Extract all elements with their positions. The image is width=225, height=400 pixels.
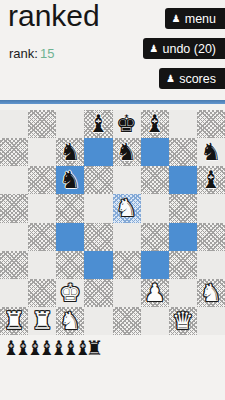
square-e5[interactable]: ♞: [113, 194, 141, 222]
white-rook: ♜: [3, 307, 25, 335]
square-f7[interactable]: [141, 138, 169, 166]
square-d7[interactable]: [84, 138, 112, 166]
square-f8[interactable]: ♝: [141, 110, 169, 138]
scores-button[interactable]: ♟ scores: [159, 68, 225, 89]
square-e8[interactable]: ♚: [113, 110, 141, 138]
square-f6[interactable]: [141, 166, 169, 194]
square-f3[interactable]: [141, 251, 169, 279]
rank-value: 15: [40, 46, 54, 61]
square-d8[interactable]: ♝: [84, 110, 112, 138]
app: ranked rank:15 ♟ menu ♟ undo (20) ♟ scor…: [0, 0, 225, 400]
square-d2[interactable]: [84, 279, 112, 307]
black-bishop: ♝: [144, 110, 166, 138]
black-bishop: ♝: [200, 166, 222, 194]
white-knight: ♞: [116, 194, 138, 222]
square-g6[interactable]: [169, 166, 197, 194]
square-a4[interactable]: [0, 223, 28, 251]
square-f5[interactable]: [141, 194, 169, 222]
captured-pieces-tray: ♝♝♝♝♝♝♝♜: [2, 336, 104, 360]
square-g2[interactable]: [169, 279, 197, 307]
white-king: ♚: [60, 279, 82, 307]
square-c5[interactable]: [56, 194, 84, 222]
square-a3[interactable]: [0, 251, 28, 279]
square-h5[interactable]: [197, 194, 225, 222]
white-knight: ♞: [60, 307, 82, 335]
undo-button[interactable]: ♟ undo (20): [143, 38, 225, 59]
square-h4[interactable]: [197, 223, 225, 251]
square-d3[interactable]: [84, 251, 112, 279]
square-g3[interactable]: [169, 251, 197, 279]
square-c8[interactable]: [56, 110, 84, 138]
square-g1[interactable]: ♛: [169, 307, 197, 335]
square-h1[interactable]: [197, 307, 225, 335]
captured-black-rook: ♜: [86, 336, 104, 360]
square-a2[interactable]: [0, 279, 28, 307]
square-d4[interactable]: [84, 223, 112, 251]
square-h7[interactable]: ♞: [197, 138, 225, 166]
black-knight: ♞: [200, 138, 222, 166]
square-h6[interactable]: ♝: [197, 166, 225, 194]
square-a8[interactable]: [0, 110, 28, 138]
square-c3[interactable]: [56, 251, 84, 279]
scores-button-label: scores: [179, 72, 216, 86]
square-b4[interactable]: [28, 223, 56, 251]
square-b3[interactable]: [28, 251, 56, 279]
menu-button-label: menu: [185, 12, 216, 26]
square-b8[interactable]: [28, 110, 56, 138]
square-e4[interactable]: [113, 223, 141, 251]
square-b1[interactable]: ♜: [28, 307, 56, 335]
square-b2[interactable]: [28, 279, 56, 307]
square-e7[interactable]: ♞: [113, 138, 141, 166]
rank-label: rank:: [9, 46, 38, 61]
square-g4[interactable]: [169, 223, 197, 251]
page-title: ranked: [8, 0, 100, 38]
square-h8[interactable]: [197, 110, 225, 138]
square-e3[interactable]: [113, 251, 141, 279]
square-d6[interactable]: [84, 166, 112, 194]
square-a5[interactable]: [0, 194, 28, 222]
square-f1[interactable]: [141, 307, 169, 335]
menu-button[interactable]: ♟ menu: [165, 8, 225, 29]
square-e2[interactable]: [113, 279, 141, 307]
square-a7[interactable]: [0, 138, 28, 166]
square-h2[interactable]: ♞: [197, 279, 225, 307]
square-a1[interactable]: ♜: [0, 307, 28, 335]
square-d5[interactable]: [84, 194, 112, 222]
black-knight: ♞: [116, 138, 138, 166]
rank-line: rank:15: [9, 46, 54, 61]
white-queen: ♛: [172, 307, 194, 335]
white-pawn: ♟: [144, 279, 166, 307]
pawn-icon: ♟: [150, 44, 159, 54]
black-bishop: ♝: [88, 110, 110, 138]
square-f2[interactable]: ♟: [141, 279, 169, 307]
black-knight: ♞: [60, 166, 82, 194]
square-c4[interactable]: [56, 223, 84, 251]
square-g8[interactable]: [169, 110, 197, 138]
square-b5[interactable]: [28, 194, 56, 222]
square-c2[interactable]: ♚: [56, 279, 84, 307]
square-h3[interactable]: [197, 251, 225, 279]
white-rook: ♜: [31, 307, 53, 335]
square-c7[interactable]: ♞: [56, 138, 84, 166]
black-knight: ♞: [60, 138, 82, 166]
pawn-icon: ♟: [172, 14, 181, 24]
square-b7[interactable]: [28, 138, 56, 166]
black-king: ♚: [116, 110, 138, 138]
square-a6[interactable]: [0, 166, 28, 194]
square-e1[interactable]: [113, 307, 141, 335]
square-b6[interactable]: [28, 166, 56, 194]
square-d1[interactable]: [84, 307, 112, 335]
chess-board: ♝♚♝♞♞♞♞♝♞♚♟♞♜♜♞♛: [0, 110, 225, 335]
square-c1[interactable]: ♞: [56, 307, 84, 335]
white-knight: ♞: [200, 279, 222, 307]
square-c6[interactable]: ♞: [56, 166, 84, 194]
square-g5[interactable]: [169, 194, 197, 222]
header-divider: [0, 100, 225, 104]
square-e6[interactable]: [113, 166, 141, 194]
pawn-icon: ♟: [166, 74, 175, 84]
square-g7[interactable]: [169, 138, 197, 166]
square-f4[interactable]: [141, 223, 169, 251]
undo-button-label: undo (20): [162, 42, 216, 56]
